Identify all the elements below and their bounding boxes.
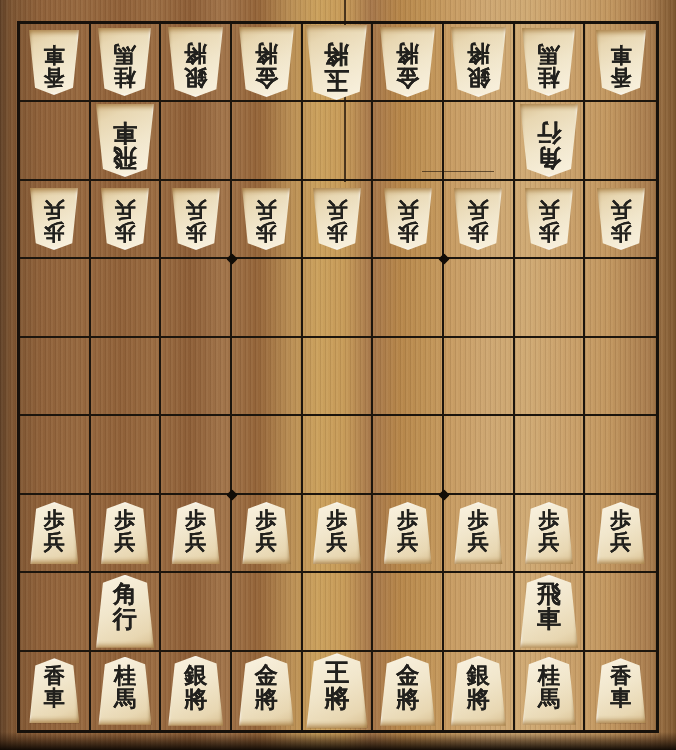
shogi-board-photo: 香車桂馬銀將金將玉將金將銀將桂馬香車飛車角行歩兵歩兵歩兵歩兵歩兵歩兵歩兵歩兵歩兵… — [0, 0, 676, 750]
piece-kanji: 歩兵 — [538, 199, 559, 243]
square-3h[interactable] — [444, 573, 515, 651]
piece-pawn-sente[interactable]: 歩兵 — [597, 502, 645, 564]
piece-kanji: 玉將 — [324, 41, 349, 93]
square-5c[interactable]: 歩兵 — [303, 181, 374, 259]
piece-kanji: 歩兵 — [610, 199, 631, 243]
square-5e[interactable] — [303, 338, 374, 416]
piece-kanji: 歩兵 — [468, 509, 489, 553]
square-7d[interactable] — [161, 259, 232, 337]
piece-kanji: 香車 — [44, 665, 65, 709]
square-9a[interactable]: 香車 — [20, 24, 91, 102]
square-8c[interactable]: 歩兵 — [91, 181, 162, 259]
piece-kanji: 歩兵 — [44, 509, 65, 553]
square-2i[interactable]: 桂馬 — [515, 652, 586, 730]
piece-kanji: 銀將 — [184, 663, 207, 711]
piece-kanji: 桂馬 — [538, 43, 560, 89]
piece-pawn-gote[interactable]: 歩兵 — [384, 188, 432, 250]
square-6e[interactable] — [232, 338, 303, 416]
piece-pawn-gote[interactable]: 歩兵 — [313, 188, 361, 250]
square-3b[interactable] — [444, 102, 515, 180]
square-4c[interactable]: 歩兵 — [373, 181, 444, 259]
square-1e[interactable] — [585, 338, 656, 416]
square-9e[interactable] — [20, 338, 91, 416]
piece-pawn-sente[interactable]: 歩兵 — [384, 502, 432, 564]
piece-kanji: 歩兵 — [185, 199, 206, 243]
piece-kanji: 飛車 — [113, 120, 137, 170]
square-9c[interactable]: 歩兵 — [20, 181, 91, 259]
piece-knight-sente[interactable]: 桂馬 — [522, 657, 575, 725]
piece-pawn-sente[interactable]: 歩兵 — [30, 502, 78, 564]
piece-silver-gote[interactable]: 銀將 — [451, 27, 506, 97]
square-2a[interactable]: 桂馬 — [515, 24, 586, 102]
square-8i[interactable]: 桂馬 — [91, 652, 162, 730]
piece-knight-sente[interactable]: 桂馬 — [98, 657, 151, 725]
piece-kanji: 角行 — [113, 582, 137, 632]
square-6a[interactable]: 金將 — [232, 24, 303, 102]
piece-kanji: 歩兵 — [397, 509, 418, 553]
piece-knight-gote[interactable]: 桂馬 — [98, 28, 151, 96]
square-3d[interactable] — [444, 259, 515, 337]
piece-gold-gote[interactable]: 金將 — [380, 27, 435, 97]
piece-kanji: 王將 — [324, 660, 349, 712]
piece-kanji: 角行 — [537, 120, 561, 170]
piece-kanji: 銀將 — [184, 42, 207, 90]
square-8b[interactable]: 飛車 — [91, 102, 162, 180]
square-8e[interactable] — [91, 338, 162, 416]
square-9f[interactable] — [20, 416, 91, 494]
square-6d[interactable] — [232, 259, 303, 337]
piece-pawn-gote[interactable]: 歩兵 — [597, 188, 645, 250]
piece-kanji: 歩兵 — [44, 199, 65, 243]
piece-kanji: 歩兵 — [610, 509, 631, 553]
square-6g[interactable]: 歩兵 — [232, 495, 303, 573]
piece-kanji: 歩兵 — [538, 509, 559, 553]
piece-rook-sente[interactable]: 飛車 — [520, 575, 578, 648]
square-5g[interactable]: 歩兵 — [303, 495, 374, 573]
square-8h[interactable]: 角行 — [91, 573, 162, 651]
piece-kanji: 歩兵 — [397, 199, 418, 243]
square-5f[interactable] — [303, 416, 374, 494]
square-1i[interactable]: 香車 — [585, 652, 656, 730]
square-7b[interactable] — [161, 102, 232, 180]
piece-pawn-sente[interactable]: 歩兵 — [242, 502, 290, 564]
square-7h[interactable] — [161, 573, 232, 651]
piece-silver-gote[interactable]: 銀將 — [168, 27, 223, 97]
square-5b[interactable] — [303, 102, 374, 180]
square-4g[interactable]: 歩兵 — [373, 495, 444, 573]
square-7c[interactable]: 歩兵 — [161, 181, 232, 259]
square-1b[interactable] — [585, 102, 656, 180]
piece-kanji: 銀將 — [467, 663, 490, 711]
piece-pawn-sente[interactable]: 歩兵 — [313, 502, 361, 564]
piece-pawn-gote[interactable]: 歩兵 — [30, 188, 78, 250]
piece-gold-sente[interactable]: 金將 — [380, 656, 435, 726]
piece-lance-sente[interactable]: 香車 — [596, 658, 646, 723]
square-2f[interactable] — [515, 416, 586, 494]
piece-pawn-gote[interactable]: 歩兵 — [242, 188, 290, 250]
square-2d[interactable] — [515, 259, 586, 337]
piece-kanji: 歩兵 — [256, 509, 277, 553]
square-3c[interactable]: 歩兵 — [444, 181, 515, 259]
piece-pawn-gote[interactable]: 歩兵 — [101, 188, 149, 250]
square-3e[interactable] — [444, 338, 515, 416]
square-2h[interactable]: 飛車 — [515, 573, 586, 651]
piece-kanji: 歩兵 — [114, 199, 135, 243]
square-1c[interactable]: 歩兵 — [585, 181, 656, 259]
square-5a[interactable]: 玉將 — [303, 24, 374, 102]
square-5h[interactable] — [303, 573, 374, 651]
square-5i[interactable]: 王將 — [303, 652, 374, 730]
piece-king-sente[interactable]: 王將 — [306, 653, 367, 728]
square-7i[interactable]: 銀將 — [161, 652, 232, 730]
piece-king-gote[interactable]: 玉將 — [306, 25, 367, 100]
square-2g[interactable]: 歩兵 — [515, 495, 586, 573]
piece-kanji: 歩兵 — [326, 199, 347, 243]
piece-knight-gote[interactable]: 桂馬 — [522, 28, 575, 96]
square-6h[interactable] — [232, 573, 303, 651]
square-8f[interactable] — [91, 416, 162, 494]
square-9b[interactable] — [20, 102, 91, 180]
square-7a[interactable]: 銀將 — [161, 24, 232, 102]
square-4h[interactable] — [373, 573, 444, 651]
piece-kanji: 桂馬 — [538, 664, 560, 710]
square-4d[interactable] — [373, 259, 444, 337]
piece-lance-gote[interactable]: 香車 — [29, 30, 79, 95]
square-1a[interactable]: 香車 — [585, 24, 656, 102]
square-5d[interactable] — [303, 259, 374, 337]
piece-silver-sente[interactable]: 銀將 — [451, 656, 506, 726]
piece-lance-sente[interactable]: 香車 — [29, 658, 79, 723]
square-1h[interactable] — [585, 573, 656, 651]
piece-kanji: 飛車 — [537, 582, 561, 632]
piece-rook-gote[interactable]: 飛車 — [96, 104, 154, 177]
piece-pawn-sente[interactable]: 歩兵 — [101, 502, 149, 564]
square-4b[interactable] — [373, 102, 444, 180]
square-9i[interactable]: 香車 — [20, 652, 91, 730]
square-6c[interactable]: 歩兵 — [232, 181, 303, 259]
square-7e[interactable] — [161, 338, 232, 416]
piece-pawn-sente[interactable]: 歩兵 — [454, 502, 502, 564]
piece-kanji: 歩兵 — [256, 199, 277, 243]
square-3f[interactable] — [444, 416, 515, 494]
square-8g[interactable]: 歩兵 — [91, 495, 162, 573]
piece-kanji: 歩兵 — [468, 199, 489, 243]
square-1f[interactable] — [585, 416, 656, 494]
square-2c[interactable]: 歩兵 — [515, 181, 586, 259]
square-6f[interactable] — [232, 416, 303, 494]
piece-pawn-gote[interactable]: 歩兵 — [525, 188, 573, 250]
piece-kanji: 歩兵 — [326, 509, 347, 553]
square-3g[interactable]: 歩兵 — [444, 495, 515, 573]
square-4f[interactable] — [373, 416, 444, 494]
square-3a[interactable]: 銀將 — [444, 24, 515, 102]
square-6i[interactable]: 金將 — [232, 652, 303, 730]
square-7f[interactable] — [161, 416, 232, 494]
piece-kanji: 金將 — [255, 42, 278, 90]
square-2e[interactable] — [515, 338, 586, 416]
board-grid: 香車桂馬銀將金將玉將金將銀將桂馬香車飛車角行歩兵歩兵歩兵歩兵歩兵歩兵歩兵歩兵歩兵… — [17, 21, 659, 733]
square-6b[interactable] — [232, 102, 303, 180]
square-3i[interactable]: 銀將 — [444, 652, 515, 730]
piece-pawn-sente[interactable]: 歩兵 — [525, 502, 573, 564]
square-4a[interactable]: 金將 — [373, 24, 444, 102]
piece-pawn-sente[interactable]: 歩兵 — [172, 502, 220, 564]
square-9d[interactable] — [20, 259, 91, 337]
piece-kanji: 香車 — [610, 665, 631, 709]
piece-pawn-gote[interactable]: 歩兵 — [172, 188, 220, 250]
piece-silver-sente[interactable]: 銀將 — [168, 656, 223, 726]
piece-gold-sente[interactable]: 金將 — [239, 656, 294, 726]
piece-pawn-gote[interactable]: 歩兵 — [454, 188, 502, 250]
piece-kanji: 歩兵 — [185, 509, 206, 553]
piece-kanji: 桂馬 — [114, 664, 136, 710]
piece-bishop-sente[interactable]: 角行 — [96, 575, 154, 648]
square-8d[interactable] — [91, 259, 162, 337]
piece-kanji: 金將 — [255, 663, 278, 711]
square-8a[interactable]: 桂馬 — [91, 24, 162, 102]
square-9h[interactable] — [20, 573, 91, 651]
piece-bishop-gote[interactable]: 角行 — [520, 104, 578, 177]
square-4i[interactable]: 金將 — [373, 652, 444, 730]
square-4e[interactable] — [373, 338, 444, 416]
piece-kanji: 歩兵 — [114, 509, 135, 553]
square-9g[interactable]: 歩兵 — [20, 495, 91, 573]
piece-gold-gote[interactable]: 金將 — [239, 27, 294, 97]
piece-kanji: 香車 — [610, 44, 631, 88]
piece-kanji: 桂馬 — [114, 43, 136, 89]
square-1d[interactable] — [585, 259, 656, 337]
piece-kanji: 金將 — [396, 663, 419, 711]
piece-kanji: 銀將 — [467, 42, 490, 90]
square-2b[interactable]: 角行 — [515, 102, 586, 180]
piece-lance-gote[interactable]: 香車 — [596, 30, 646, 95]
piece-kanji: 金將 — [396, 42, 419, 90]
square-1g[interactable]: 歩兵 — [585, 495, 656, 573]
square-7g[interactable]: 歩兵 — [161, 495, 232, 573]
piece-kanji: 香車 — [44, 44, 65, 88]
